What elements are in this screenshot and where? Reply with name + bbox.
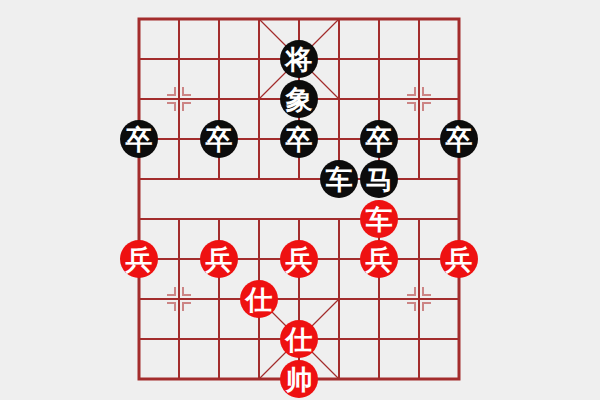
piece-black-pawn[interactable]: 卒 [200,120,238,158]
piece-red-pawn[interactable]: 兵 [360,240,398,278]
piece-black-pawn[interactable]: 卒 [280,120,318,158]
board-point: 卒 [119,119,159,159]
board-point: 卒 [199,119,239,159]
piece-black-pawn[interactable]: 卒 [120,120,158,158]
board-point: 卒 [279,119,319,159]
piece-red-pawn[interactable]: 兵 [200,240,238,278]
piece-red-advisor[interactable]: 仕 [280,320,318,358]
board-point: 象 [279,79,319,119]
board-point: 将 [279,39,319,79]
board-point: 兵 [119,239,159,279]
piece-black-general[interactable]: 将 [280,40,318,78]
piece-red-pawn[interactable]: 兵 [440,240,478,278]
piece-black-chariot[interactable]: 车 [320,160,358,198]
piece-red-general[interactable]: 帅 [280,360,318,398]
board-point: 卒 [359,119,399,159]
piece-red-pawn[interactable]: 兵 [280,240,318,278]
piece-black-pawn[interactable]: 卒 [440,120,478,158]
board-point: 仕 [279,319,319,359]
board-point: 马 [359,159,399,199]
piece-grid[interactable]: 将象卒卒卒卒卒车马车兵兵兵兵兵仕仕帅 [119,0,479,399]
board-point: 兵 [279,239,319,279]
piece-black-pawn[interactable]: 卒 [360,120,398,158]
board-point: 兵 [359,239,399,279]
board-point: 帅 [279,359,319,399]
piece-black-elephant[interactable]: 象 [280,80,318,118]
xiangqi-board-screen: 将象卒卒卒卒卒车马车兵兵兵兵兵仕仕帅 [0,0,600,400]
piece-red-pawn[interactable]: 兵 [120,240,158,278]
board-point: 卒 [439,119,479,159]
piece-black-horse[interactable]: 马 [360,160,398,198]
board-point: 兵 [199,239,239,279]
board-point: 车 [319,159,359,199]
board-point: 仕 [239,279,279,319]
board-point: 兵 [439,239,479,279]
piece-red-advisor[interactable]: 仕 [240,280,278,318]
piece-red-chariot[interactable]: 车 [360,200,398,238]
board-point: 车 [359,199,399,239]
